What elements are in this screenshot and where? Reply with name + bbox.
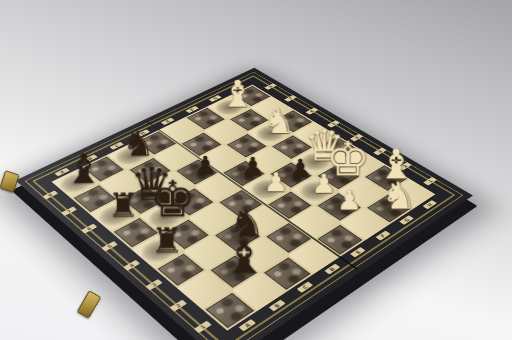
piece-white-knight-g6[interactable]: ♞ [248, 120, 293, 146]
black-pawn-glyph: ♟ [241, 154, 265, 179]
white-knight-glyph: ♞ [381, 178, 416, 215]
piece-black-pawn-e5[interactable]: ♟ [220, 159, 267, 188]
black-pawn-glyph: ♟ [288, 156, 312, 181]
white-bishop-glyph: ♝ [219, 75, 254, 112]
white-pawn-glyph: ♟ [263, 169, 287, 195]
black-rook-glyph: ♜ [107, 189, 139, 222]
white-pawn-glyph: ♟ [312, 171, 337, 197]
pieces-layer: ♝♞♝♜♛♟♞♚♟♜♟♟♛♞♟♚♝♟♝♞ [52, 84, 436, 330]
black-bishop-glyph: ♝ [63, 148, 102, 189]
black-rook-glyph: ♜ [150, 223, 183, 258]
white-pawn-glyph: ♟ [336, 187, 361, 214]
black-bishop-glyph: ♝ [222, 233, 265, 279]
piece-black-bishop-b2[interactable]: ♝ [207, 253, 260, 290]
black-king-glyph: ♚ [150, 174, 197, 223]
black-pawn-glyph: ♟ [193, 153, 217, 178]
perspective-stage: AA88BB77CC66DD55EE44FF33GG22HH11 ♝♞♝♜♛♟♞… [0, 0, 512, 340]
white-knight-glyph: ♞ [263, 105, 295, 139]
chess-set-photo-scene: AA88BB77CC66DD55EE44FF33GG22HH11 ♝♞♝♜♛♟♞… [0, 0, 512, 340]
